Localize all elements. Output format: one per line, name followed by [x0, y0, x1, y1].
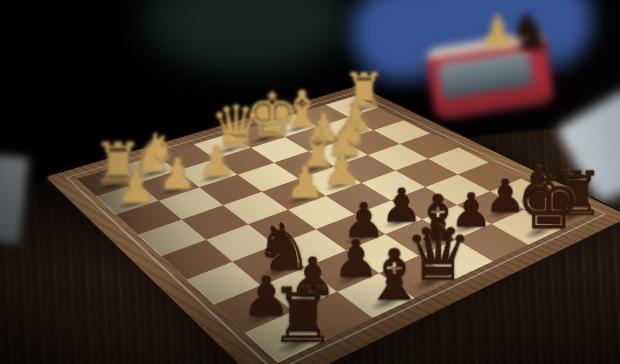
piece-black-bishop[interactable]: ♝ [363, 242, 419, 309]
square-a4[interactable] [138, 220, 206, 257]
piece-white-pawn[interactable]: ♟ [155, 154, 201, 196]
piece-white-pawn[interactable]: ♟ [195, 142, 239, 182]
background-chair-dark [140, 0, 350, 71]
captured-black-knight: ♞ [507, 6, 554, 58]
piece-black-rook[interactable]: ♜ [269, 281, 329, 353]
piece-white-pawn[interactable]: ♟ [113, 166, 160, 209]
square-h5[interactable] [428, 148, 489, 175]
piece-black-king[interactable]: ♚ [516, 169, 566, 239]
tournament-scene: ♟ ♞ ♜♞♛♚♝♜♟♟♟♟♟♝♞♟♟♞♟♟♟♟♟♝♟♟♟♜♝♛♚♜ [0, 0, 620, 364]
piece-white-pawn[interactable]: ♟ [282, 162, 328, 204]
